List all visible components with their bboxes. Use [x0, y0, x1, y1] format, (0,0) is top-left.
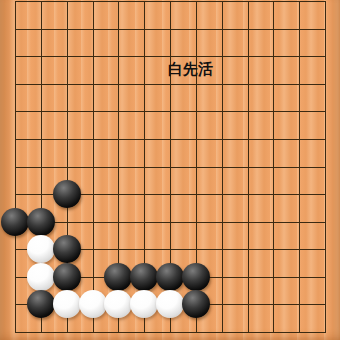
white-stone	[53, 290, 81, 318]
problem-label: 白先活	[168, 60, 213, 78]
black-stone	[53, 235, 81, 263]
grid-line-vertical	[222, 1, 223, 333]
white-stone	[27, 263, 55, 291]
go-board[interactable]: 白先活	[0, 0, 340, 340]
grid-line-vertical	[299, 1, 300, 333]
black-stone	[27, 208, 55, 236]
black-stone	[53, 180, 81, 208]
black-stone	[53, 263, 81, 291]
grid-line-vertical	[325, 1, 326, 333]
white-stone	[27, 235, 55, 263]
black-stone	[182, 290, 210, 318]
white-stone	[79, 290, 107, 318]
black-stone	[1, 208, 29, 236]
black-stone	[156, 263, 184, 291]
black-stone	[182, 263, 210, 291]
white-stone	[156, 290, 184, 318]
black-stone	[104, 263, 132, 291]
grid-line-vertical	[273, 1, 274, 333]
grid-line-horizontal	[15, 222, 326, 223]
grid-line-horizontal	[15, 167, 326, 168]
black-stone	[27, 290, 55, 318]
white-stone	[130, 290, 158, 318]
grid-line-vertical	[248, 1, 249, 333]
white-stone	[104, 290, 132, 318]
grid-line-horizontal	[15, 332, 326, 333]
black-stone	[130, 263, 158, 291]
